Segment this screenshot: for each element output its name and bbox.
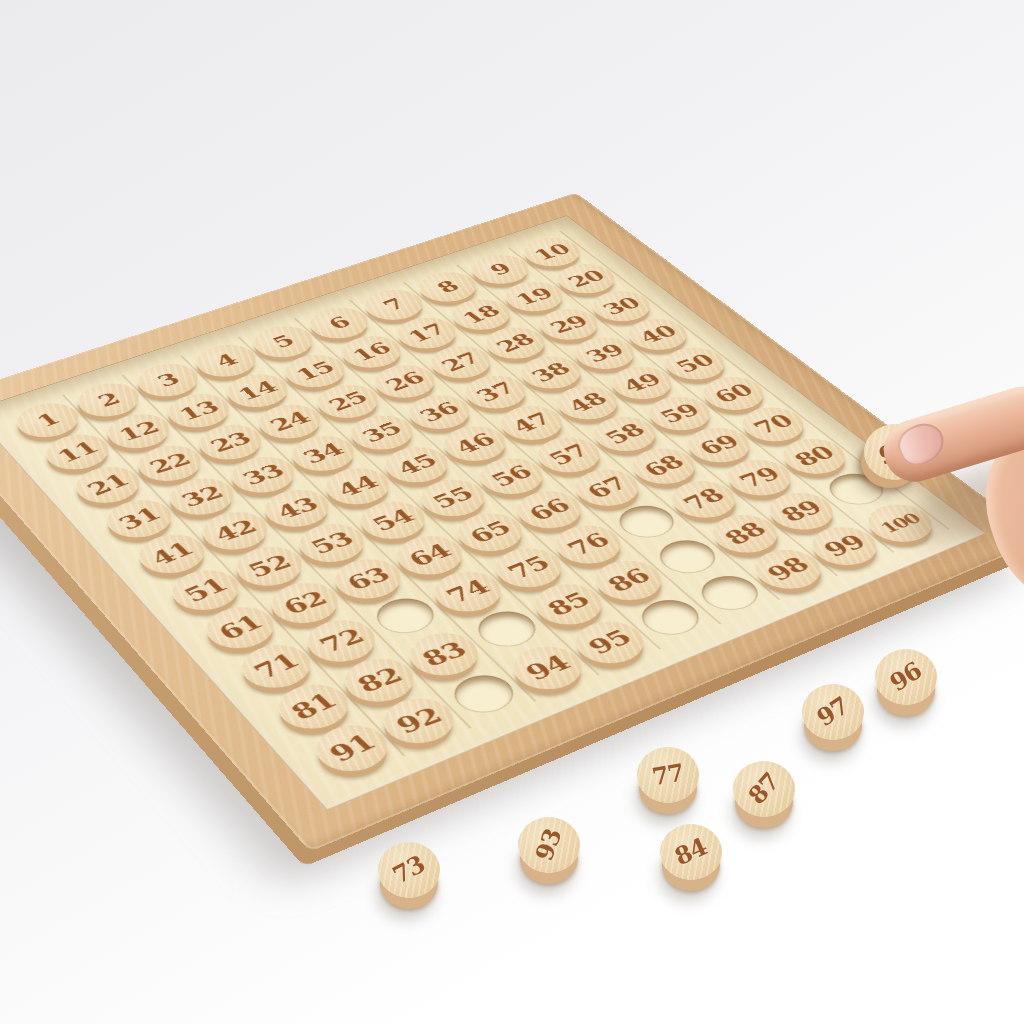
disc-number: 50 bbox=[672, 352, 718, 375]
disc-number: 69 bbox=[695, 432, 743, 457]
disc-number: 81 bbox=[286, 690, 341, 724]
disc-number: 80 bbox=[790, 443, 839, 469]
disc-number: 17 bbox=[404, 321, 450, 344]
disc-number: 82 bbox=[353, 664, 407, 696]
disc-number: 38 bbox=[527, 360, 574, 384]
fingernail bbox=[892, 417, 950, 472]
disc-number: 7 bbox=[379, 296, 409, 313]
disc-number: 86 bbox=[603, 566, 655, 596]
disc-number: 59 bbox=[656, 401, 704, 425]
disc-number: 25 bbox=[324, 389, 371, 414]
disc-number: 24 bbox=[266, 409, 314, 434]
disc-number: 54 bbox=[368, 506, 418, 534]
disc-93[interactable]: 93 bbox=[518, 817, 580, 873]
disc-number: 99 bbox=[819, 532, 870, 560]
disc-number: 26 bbox=[381, 369, 428, 393]
disc-84[interactable]: 84 bbox=[660, 824, 722, 880]
disc-number: 45 bbox=[392, 452, 441, 478]
disc-number: 95 bbox=[583, 627, 636, 658]
disc-number: 13 bbox=[175, 398, 222, 423]
disc-number: 22 bbox=[146, 450, 194, 476]
disc-number: 88 bbox=[720, 519, 771, 548]
disc-number: 92 bbox=[391, 704, 446, 737]
disc-number: 27 bbox=[437, 350, 483, 374]
disc-number: 6 bbox=[324, 314, 354, 332]
disc-number: 43 bbox=[272, 495, 321, 522]
disc-96[interactable]: 96 bbox=[875, 649, 937, 705]
disc-number: 28 bbox=[492, 331, 538, 355]
disc-number: 47 bbox=[508, 410, 556, 436]
disc-number: 42 bbox=[210, 517, 260, 545]
disc-number: 30 bbox=[599, 295, 644, 317]
disc-number: 41 bbox=[146, 539, 197, 568]
disc-73[interactable]: 73 bbox=[378, 842, 440, 898]
disc-number: 53 bbox=[307, 529, 357, 557]
disc-number: 19 bbox=[512, 286, 557, 308]
disc-number: 75 bbox=[503, 553, 554, 582]
disc-number: 44 bbox=[333, 473, 382, 500]
disc-number: 60 bbox=[710, 381, 757, 405]
disc-number: 93 bbox=[532, 826, 565, 864]
disc-number: 37 bbox=[472, 380, 519, 405]
disc-number: 9 bbox=[486, 261, 515, 278]
disc-number: 89 bbox=[776, 498, 826, 525]
disc-number: 74 bbox=[442, 577, 494, 607]
disc-number: 31 bbox=[114, 505, 164, 533]
disc-number: 85 bbox=[542, 589, 594, 619]
disc-number: 10 bbox=[530, 242, 574, 263]
disc-77[interactable]: 77 bbox=[637, 747, 699, 803]
disc-number: 96 bbox=[886, 658, 925, 695]
disc-number: 49 bbox=[618, 371, 665, 395]
disc-97[interactable]: 97 bbox=[802, 684, 864, 740]
disc-number: 36 bbox=[415, 399, 463, 424]
disc-number: 5 bbox=[268, 333, 298, 351]
disc-number: 72 bbox=[315, 626, 368, 656]
disc-number: 91 bbox=[324, 731, 380, 766]
disc-number: 55 bbox=[428, 484, 478, 511]
disc-number: 65 bbox=[465, 518, 515, 546]
disc-number: 29 bbox=[546, 313, 591, 335]
disc-number: 3 bbox=[153, 371, 182, 390]
disc-number: 21 bbox=[83, 471, 133, 498]
scene: 1234567891011121314151617181920212223242… bbox=[0, 0, 1024, 1024]
disc-number: 68 bbox=[639, 453, 688, 480]
disc-number: 4 bbox=[211, 352, 240, 370]
disc-number: 14 bbox=[234, 378, 281, 402]
disc-number: 15 bbox=[292, 359, 338, 383]
disc-number: 20 bbox=[564, 268, 608, 289]
disc-number: 64 bbox=[404, 541, 455, 570]
disc-number: 97 bbox=[813, 693, 852, 730]
disc-number: 8 bbox=[433, 278, 463, 295]
disc-number: 73 bbox=[390, 852, 429, 888]
disc-number: 56 bbox=[487, 463, 536, 490]
hundred-board: 1234567891011121314151617181920212223242… bbox=[0, 193, 1024, 852]
disc-number: 79 bbox=[735, 465, 784, 491]
disc-number: 70 bbox=[749, 412, 797, 437]
disc-number: 52 bbox=[244, 552, 295, 580]
disc-number: 83 bbox=[417, 639, 470, 670]
disc-number: 34 bbox=[299, 440, 347, 466]
disc-number: 66 bbox=[524, 496, 574, 524]
disc-number: 58 bbox=[601, 421, 649, 447]
disc-number: 2 bbox=[94, 390, 123, 409]
disc-number: 84 bbox=[672, 835, 710, 870]
disc-number: 51 bbox=[179, 575, 231, 605]
disc-number: 12 bbox=[115, 419, 162, 444]
disc-number: 87 bbox=[745, 769, 784, 808]
disc-number: 33 bbox=[239, 462, 288, 488]
disc-number: 94 bbox=[521, 652, 575, 684]
disc-number: 48 bbox=[563, 390, 610, 415]
disc-number: 46 bbox=[451, 431, 499, 457]
disc-number: 40 bbox=[635, 323, 681, 346]
disc-number: 18 bbox=[458, 303, 503, 326]
disc-number: 23 bbox=[207, 429, 255, 454]
disc-number: 32 bbox=[178, 483, 227, 510]
disc-number: 78 bbox=[679, 486, 729, 514]
disc-number: 71 bbox=[249, 650, 303, 682]
disc-number: 11 bbox=[53, 439, 102, 465]
disc-number: 67 bbox=[582, 474, 632, 501]
disc-number: 35 bbox=[358, 420, 406, 445]
disc-number: 77 bbox=[650, 760, 685, 789]
disc-number: 63 bbox=[342, 564, 393, 593]
disc-number: 39 bbox=[582, 342, 628, 365]
disc-number: 61 bbox=[214, 612, 267, 643]
disc-number: 57 bbox=[544, 442, 593, 468]
disc-number: 76 bbox=[563, 530, 614, 559]
disc-87[interactable]: 87 bbox=[733, 761, 795, 817]
disc-number: 62 bbox=[279, 588, 331, 617]
disc-number: 98 bbox=[762, 554, 813, 584]
disc-number: 1 bbox=[33, 410, 64, 429]
disc-number: 16 bbox=[348, 340, 394, 364]
